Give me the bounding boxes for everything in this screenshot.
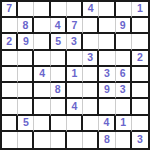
cell-r9c5[interactable]: [67, 132, 83, 148]
cell-r4c7[interactable]: [99, 51, 115, 67]
cell-r9c6[interactable]: [83, 132, 99, 148]
cell-r6c7[interactable]: 9: [99, 83, 115, 99]
cell-r6c9[interactable]: [132, 83, 148, 99]
cell-r1c2[interactable]: [18, 2, 34, 18]
cell-r2c6[interactable]: [83, 18, 99, 34]
cell-r5c2[interactable]: [18, 67, 34, 83]
cell-r5c5[interactable]: 1: [67, 67, 83, 83]
cell-r6c3[interactable]: [34, 83, 50, 99]
cell-r3c9[interactable]: [132, 34, 148, 50]
cell-r7c2[interactable]: [18, 99, 34, 115]
cell-r1c3[interactable]: [34, 2, 50, 18]
cell-r3c1[interactable]: 2: [2, 34, 18, 50]
cell-r3c7[interactable]: [99, 34, 115, 50]
cell-r1c4[interactable]: [51, 2, 67, 18]
cell-r3c2[interactable]: 9: [18, 34, 34, 50]
cell-r8c5[interactable]: [67, 116, 83, 132]
cell-r8c3[interactable]: [34, 116, 50, 132]
sudoku-board: 74184792953324136893454183: [0, 0, 150, 150]
cell-r1c5[interactable]: [67, 2, 83, 18]
cell-r8c9[interactable]: [132, 116, 148, 132]
cell-r4c6[interactable]: 3: [83, 51, 99, 67]
cell-r4c3[interactable]: [34, 51, 50, 67]
cell-r7c1[interactable]: [2, 99, 18, 115]
cell-r7c6[interactable]: [83, 99, 99, 115]
cell-r6c2[interactable]: [18, 83, 34, 99]
cell-r4c1[interactable]: [2, 51, 18, 67]
cell-r8c2[interactable]: 5: [18, 116, 34, 132]
cell-r2c3[interactable]: [34, 18, 50, 34]
cell-r9c3[interactable]: [34, 132, 50, 148]
cell-r8c7[interactable]: 4: [99, 116, 115, 132]
cell-r9c9[interactable]: 3: [132, 132, 148, 148]
cell-r6c6[interactable]: [83, 83, 99, 99]
cell-r7c7[interactable]: [99, 99, 115, 115]
cell-r9c4[interactable]: [51, 132, 67, 148]
cell-r8c6[interactable]: [83, 116, 99, 132]
cell-r5c3[interactable]: 4: [34, 67, 50, 83]
cell-r5c4[interactable]: [51, 67, 67, 83]
cell-r5c9[interactable]: [132, 67, 148, 83]
cell-r6c1[interactable]: [2, 83, 18, 99]
cell-r1c1[interactable]: 7: [2, 2, 18, 18]
cell-r6c8[interactable]: 3: [116, 83, 132, 99]
cell-r4c4[interactable]: [51, 51, 67, 67]
cell-r4c2[interactable]: [18, 51, 34, 67]
cell-r8c8[interactable]: 1: [116, 116, 132, 132]
cell-r2c9[interactable]: [132, 18, 148, 34]
cell-r9c7[interactable]: 8: [99, 132, 115, 148]
cell-r2c1[interactable]: [2, 18, 18, 34]
cell-r4c5[interactable]: [67, 51, 83, 67]
cell-r5c7[interactable]: 3: [99, 67, 115, 83]
cell-r6c4[interactable]: 8: [51, 83, 67, 99]
cell-r2c2[interactable]: 8: [18, 18, 34, 34]
cell-r8c1[interactable]: [2, 116, 18, 132]
cell-r3c3[interactable]: [34, 34, 50, 50]
cell-r1c7[interactable]: [99, 2, 115, 18]
cell-r5c6[interactable]: [83, 67, 99, 83]
cell-r1c8[interactable]: [116, 2, 132, 18]
cell-r7c4[interactable]: [51, 99, 67, 115]
cell-r3c5[interactable]: 3: [67, 34, 83, 50]
cell-r3c6[interactable]: [83, 34, 99, 50]
cell-r1c9[interactable]: 1: [132, 2, 148, 18]
cell-r7c8[interactable]: [116, 99, 132, 115]
cell-r9c1[interactable]: [2, 132, 18, 148]
cell-r9c8[interactable]: [116, 132, 132, 148]
cell-r5c1[interactable]: [2, 67, 18, 83]
cell-r2c7[interactable]: [99, 18, 115, 34]
cell-r2c5[interactable]: 7: [67, 18, 83, 34]
cell-r2c4[interactable]: 4: [51, 18, 67, 34]
cell-r3c8[interactable]: [116, 34, 132, 50]
cell-r6c5[interactable]: [67, 83, 83, 99]
cell-r5c8[interactable]: 6: [116, 67, 132, 83]
cell-r7c3[interactable]: [34, 99, 50, 115]
cell-r8c4[interactable]: [51, 116, 67, 132]
cell-r7c5[interactable]: 4: [67, 99, 83, 115]
cell-r1c6[interactable]: 4: [83, 2, 99, 18]
cell-r3c4[interactable]: 5: [51, 34, 67, 50]
cell-r4c8[interactable]: [116, 51, 132, 67]
cell-r2c8[interactable]: 9: [116, 18, 132, 34]
cell-r4c9[interactable]: 2: [132, 51, 148, 67]
cell-r7c9[interactable]: [132, 99, 148, 115]
cell-r9c2[interactable]: [18, 132, 34, 148]
